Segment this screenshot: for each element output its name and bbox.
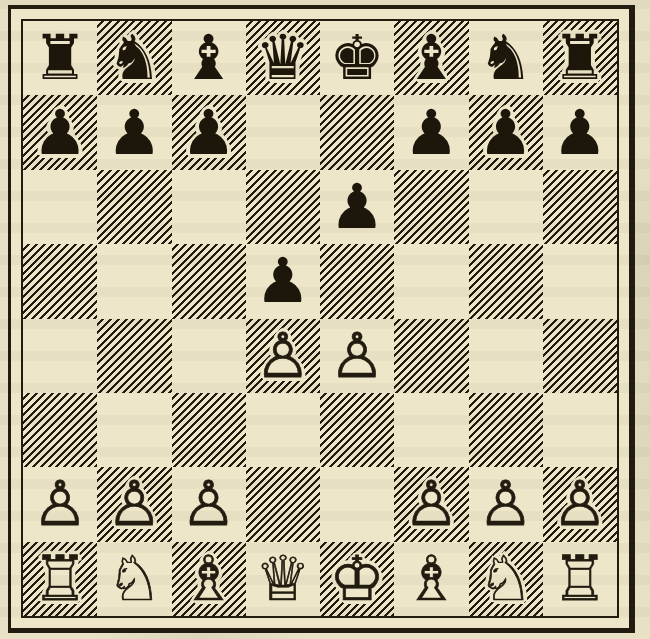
square-h5 xyxy=(543,244,617,318)
square-a2: ♟♙ xyxy=(23,467,97,541)
square-h1: ♜♖ xyxy=(543,542,617,616)
square-f6 xyxy=(394,170,468,244)
square-f7: ♟♟ xyxy=(394,95,468,169)
square-e4: ♟♙ xyxy=(320,319,394,393)
square-h3 xyxy=(543,393,617,467)
square-d1: ♛♕ xyxy=(246,542,320,616)
piece-glyph: ♙ xyxy=(329,325,385,387)
white-pawn-c2: ♟♙ xyxy=(172,467,246,541)
piece-glyph: ♟ xyxy=(404,102,460,164)
square-f8: ♝♝ xyxy=(394,21,468,95)
piece-glyph: ♙ xyxy=(404,473,460,535)
white-knight-g1: ♞♘ xyxy=(469,542,543,616)
square-h8: ♜♜ xyxy=(543,21,617,95)
square-g3 xyxy=(469,393,543,467)
piece-glyph: ♝ xyxy=(181,27,237,89)
square-a5 xyxy=(23,244,97,318)
square-c2: ♟♙ xyxy=(172,467,246,541)
piece-glyph: ♙ xyxy=(552,473,608,535)
square-f1: ♝♗ xyxy=(394,542,468,616)
black-rook-h8: ♜♜ xyxy=(543,21,617,95)
square-e8: ♚♚ xyxy=(320,21,394,95)
square-e5 xyxy=(320,244,394,318)
black-pawn-f7: ♟♟ xyxy=(394,95,468,169)
piece-glyph: ♙ xyxy=(181,473,237,535)
white-pawn-a2: ♟♙ xyxy=(23,467,97,541)
piece-glyph: ♔ xyxy=(329,548,385,610)
square-f4 xyxy=(394,319,468,393)
square-d6 xyxy=(246,170,320,244)
white-pawn-e4: ♟♙ xyxy=(320,319,394,393)
piece-glyph: ♜ xyxy=(32,27,88,89)
square-c1: ♝♗ xyxy=(172,542,246,616)
square-f2: ♟♙ xyxy=(394,467,468,541)
square-g2: ♟♙ xyxy=(469,467,543,541)
black-pawn-b7: ♟♟ xyxy=(97,95,171,169)
square-e2 xyxy=(320,467,394,541)
square-a7: ♟♟ xyxy=(23,95,97,169)
square-h6 xyxy=(543,170,617,244)
piece-glyph: ♞ xyxy=(107,27,163,89)
piece-glyph: ♛ xyxy=(255,27,311,89)
black-pawn-d5: ♟♟ xyxy=(246,244,320,318)
piece-glyph: ♞ xyxy=(478,27,534,89)
black-king-e8: ♚♚ xyxy=(320,21,394,95)
black-pawn-a7: ♟♟ xyxy=(23,95,97,169)
black-pawn-h7: ♟♟ xyxy=(543,95,617,169)
piece-glyph: ♟ xyxy=(107,102,163,164)
square-e7 xyxy=(320,95,394,169)
piece-glyph: ♘ xyxy=(478,548,534,610)
square-d2 xyxy=(246,467,320,541)
black-pawn-c7: ♟♟ xyxy=(172,95,246,169)
black-pawn-e6: ♟♟ xyxy=(320,170,394,244)
white-pawn-h2: ♟♙ xyxy=(543,467,617,541)
square-d3 xyxy=(246,393,320,467)
square-g7: ♟♟ xyxy=(469,95,543,169)
white-bishop-c1: ♝♗ xyxy=(172,542,246,616)
white-bishop-f1: ♝♗ xyxy=(394,542,468,616)
piece-glyph: ♘ xyxy=(107,548,163,610)
piece-glyph: ♗ xyxy=(181,548,237,610)
square-a1: ♜♖ xyxy=(23,542,97,616)
black-rook-a8: ♜♜ xyxy=(23,21,97,95)
square-h7: ♟♟ xyxy=(543,95,617,169)
square-g4 xyxy=(469,319,543,393)
white-pawn-g2: ♟♙ xyxy=(469,467,543,541)
square-a4 xyxy=(23,319,97,393)
square-b4 xyxy=(97,319,171,393)
square-h4 xyxy=(543,319,617,393)
piece-glyph: ♕ xyxy=(255,548,311,610)
piece-glyph: ♖ xyxy=(32,548,88,610)
square-b7: ♟♟ xyxy=(97,95,171,169)
square-a3 xyxy=(23,393,97,467)
square-d4: ♟♙ xyxy=(246,319,320,393)
chess-board: ♜♜♞♞♝♝♛♛♚♚♝♝♞♞♜♜♟♟♟♟♟♟♟♟♟♟♟♟♟♟♟♟♟♙♟♙♟♙♟♙… xyxy=(23,21,617,616)
square-c7: ♟♟ xyxy=(172,95,246,169)
white-rook-h1: ♜♖ xyxy=(543,542,617,616)
piece-glyph: ♟ xyxy=(329,176,385,238)
piece-glyph: ♟ xyxy=(181,102,237,164)
chess-board-inner-border: ♜♜♞♞♝♝♛♛♚♚♝♝♞♞♜♜♟♟♟♟♟♟♟♟♟♟♟♟♟♟♟♟♟♙♟♙♟♙♟♙… xyxy=(21,19,619,618)
square-g8: ♞♞ xyxy=(469,21,543,95)
piece-glyph: ♟ xyxy=(32,102,88,164)
square-d7 xyxy=(246,95,320,169)
square-e1: ♚♔ xyxy=(320,542,394,616)
square-g5 xyxy=(469,244,543,318)
black-pawn-g7: ♟♟ xyxy=(469,95,543,169)
square-b2: ♟♙ xyxy=(97,467,171,541)
square-b1: ♞♘ xyxy=(97,542,171,616)
piece-glyph: ♟ xyxy=(478,102,534,164)
square-f5 xyxy=(394,244,468,318)
piece-glyph: ♙ xyxy=(478,473,534,535)
square-c6 xyxy=(172,170,246,244)
square-c4 xyxy=(172,319,246,393)
white-queen-d1: ♛♕ xyxy=(246,542,320,616)
piece-glyph: ♜ xyxy=(552,27,608,89)
white-pawn-d4: ♟♙ xyxy=(246,319,320,393)
square-d5: ♟♟ xyxy=(246,244,320,318)
white-rook-a1: ♜♖ xyxy=(23,542,97,616)
white-king-e1: ♚♔ xyxy=(320,542,394,616)
chess-board-frame: ♜♜♞♞♝♝♛♛♚♚♝♝♞♞♜♜♟♟♟♟♟♟♟♟♟♟♟♟♟♟♟♟♟♙♟♙♟♙♟♙… xyxy=(8,5,635,633)
black-knight-b8: ♞♞ xyxy=(97,21,171,95)
white-knight-b1: ♞♘ xyxy=(97,542,171,616)
piece-glyph: ♝ xyxy=(404,27,460,89)
square-f3 xyxy=(394,393,468,467)
piece-glyph: ♗ xyxy=(404,548,460,610)
square-c3 xyxy=(172,393,246,467)
piece-glyph: ♚ xyxy=(329,27,385,89)
piece-glyph: ♙ xyxy=(107,473,163,535)
black-bishop-f8: ♝♝ xyxy=(394,21,468,95)
square-g1: ♞♘ xyxy=(469,542,543,616)
square-b8: ♞♞ xyxy=(97,21,171,95)
piece-glyph: ♖ xyxy=(552,548,608,610)
square-h2: ♟♙ xyxy=(543,467,617,541)
square-b3 xyxy=(97,393,171,467)
square-a6 xyxy=(23,170,97,244)
white-pawn-b2: ♟♙ xyxy=(97,467,171,541)
square-e6: ♟♟ xyxy=(320,170,394,244)
square-g6 xyxy=(469,170,543,244)
square-b6 xyxy=(97,170,171,244)
square-a8: ♜♜ xyxy=(23,21,97,95)
piece-glyph: ♙ xyxy=(255,325,311,387)
white-pawn-f2: ♟♙ xyxy=(394,467,468,541)
black-knight-g8: ♞♞ xyxy=(469,21,543,95)
piece-glyph: ♟ xyxy=(255,250,311,312)
black-bishop-c8: ♝♝ xyxy=(172,21,246,95)
square-e3 xyxy=(320,393,394,467)
square-c8: ♝♝ xyxy=(172,21,246,95)
square-d8: ♛♛ xyxy=(246,21,320,95)
square-c5 xyxy=(172,244,246,318)
piece-glyph: ♙ xyxy=(32,473,88,535)
piece-glyph: ♟ xyxy=(552,102,608,164)
black-queen-d8: ♛♛ xyxy=(246,21,320,95)
square-b5 xyxy=(97,244,171,318)
